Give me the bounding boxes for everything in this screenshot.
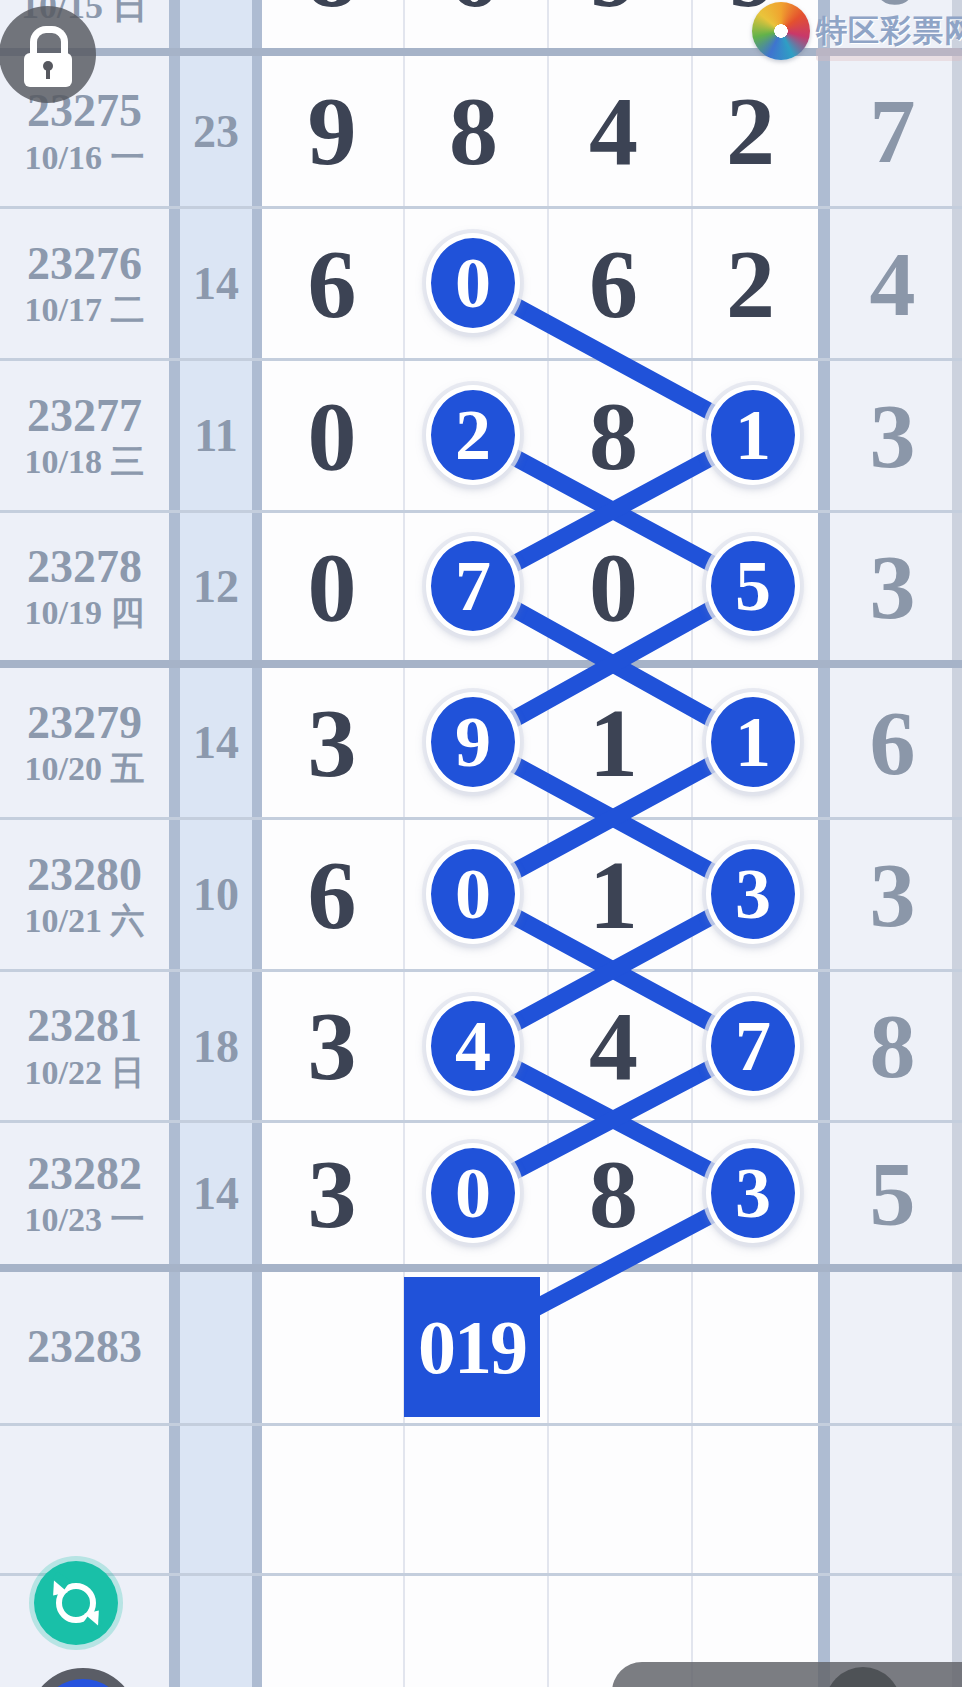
date-label: 10/22 日 bbox=[25, 1053, 145, 1092]
digit-cell-4: 2 bbox=[683, 56, 818, 206]
digit-cell-3: 8 bbox=[544, 1123, 683, 1264]
digit-cell-3: 1 bbox=[544, 820, 683, 969]
watermark-strip bbox=[816, 48, 962, 61]
sum-value: 14 bbox=[180, 668, 252, 817]
issue-number: 23280 bbox=[27, 849, 142, 902]
digit-cell-1: 9 bbox=[262, 56, 402, 206]
issue-number: 23277 bbox=[27, 390, 142, 443]
digit-cell-1: 3 bbox=[262, 1123, 402, 1264]
sum-value: 12 bbox=[180, 513, 252, 660]
tail-digit-cell: 7 bbox=[823, 56, 962, 206]
issue-cell: 23283 bbox=[0, 1272, 169, 1423]
issue-number: 23276 bbox=[27, 238, 142, 291]
prediction-value: 019 bbox=[418, 1304, 526, 1391]
date-label: 10/23 一 bbox=[25, 1200, 145, 1239]
highlight-circle: 0 bbox=[426, 844, 520, 944]
tail-digit-cell: 8 bbox=[823, 972, 962, 1120]
digit-cell-3: 4 bbox=[544, 56, 683, 206]
digit-cell-3: 4 bbox=[544, 972, 683, 1120]
brand-logo-text: 特区彩票网 bbox=[816, 10, 962, 52]
row-border bbox=[0, 1573, 962, 1576]
issue-cell: 23277 10/18 三 bbox=[0, 361, 169, 510]
issue-number: 23282 bbox=[27, 1148, 142, 1201]
issue-cell: 23279 10/20 五 bbox=[0, 668, 169, 817]
lottery-trend-chart-screen: 10/15 日 8 6 9 9 6 23275 10/16 一 23 9 8 4… bbox=[0, 0, 962, 1687]
chart-row-23275: 23275 10/16 一 23 9 8 4 2 7 bbox=[0, 56, 962, 206]
digit-cell-3: 8 bbox=[544, 361, 683, 510]
highlight-circle: 7 bbox=[426, 536, 520, 636]
digit-cell-3: 6 bbox=[544, 209, 683, 358]
sum-value: 14 bbox=[180, 209, 252, 358]
tail-digit-cell: 4 bbox=[823, 209, 962, 358]
highlight-circle: 1 bbox=[706, 385, 800, 485]
issue-number: 23278 bbox=[27, 541, 142, 594]
highlight-circle: 4 bbox=[426, 996, 520, 1096]
digit-cell-1: 3 bbox=[262, 972, 402, 1120]
issue-cell: 23276 10/17 二 bbox=[0, 209, 169, 358]
issue-cell: 23280 10/21 六 bbox=[0, 820, 169, 969]
digit-cell-2: 8 bbox=[403, 56, 544, 206]
highlight-circle: 3 bbox=[706, 844, 800, 944]
issue-cell: 23282 10/23 一 bbox=[0, 1123, 169, 1264]
cropped-digit: 9 bbox=[544, 0, 684, 22]
date-label: 10/16 一 bbox=[25, 138, 145, 177]
sum-value: 23 bbox=[180, 56, 252, 206]
date-label: 10/18 三 bbox=[25, 442, 145, 481]
digit-cell-1: 0 bbox=[262, 513, 402, 660]
tail-digit-cell: 5 bbox=[823, 1123, 962, 1264]
highlight-circle: 9 bbox=[426, 692, 520, 792]
tail-digit-cell: 3 bbox=[823, 820, 962, 969]
highlight-circle: 0 bbox=[426, 233, 520, 333]
tail-digit-cell: 3 bbox=[823, 361, 962, 510]
date-label: 10/20 五 bbox=[25, 749, 145, 788]
highlight-circle: 3 bbox=[706, 1143, 800, 1243]
digit-cell-1: 6 bbox=[262, 209, 402, 358]
refresh-button[interactable] bbox=[34, 1561, 118, 1645]
digit-cell-1: 0 bbox=[262, 361, 402, 510]
sum-value: 10 bbox=[180, 820, 252, 969]
digit-cell-4: 2 bbox=[683, 209, 818, 358]
brand-logo-icon bbox=[752, 2, 810, 60]
sum-value: 11 bbox=[180, 361, 252, 510]
issue-number: 23281 bbox=[27, 1000, 142, 1053]
date-label: 10/21 六 bbox=[25, 901, 145, 940]
bottom-toolbar-partial[interactable] bbox=[612, 1662, 962, 1687]
issue-cell: 23278 10/19 四 bbox=[0, 513, 169, 660]
highlight-circle: 2 bbox=[426, 385, 520, 485]
date-label: 10/17 二 bbox=[25, 290, 145, 329]
highlight-circle: 5 bbox=[706, 536, 800, 636]
lock-button[interactable] bbox=[0, 6, 96, 103]
digit-cell-1: 6 bbox=[262, 820, 402, 969]
tail-digit-cell: 3 bbox=[823, 513, 962, 660]
cropped-digit: 6 bbox=[403, 0, 543, 22]
cropped-digit: 8 bbox=[262, 0, 402, 22]
row-border bbox=[0, 1423, 962, 1426]
digit-cell-3: 1 bbox=[544, 668, 683, 817]
digit-cell-1: 3 bbox=[262, 668, 402, 817]
digit-cell-3: 0 bbox=[544, 513, 683, 660]
issue-number: 23279 bbox=[27, 697, 142, 750]
sum-value: 14 bbox=[180, 1123, 252, 1264]
row-border-thick bbox=[0, 1264, 962, 1272]
prediction-box: 019 bbox=[404, 1277, 540, 1417]
date-label: 10/19 四 bbox=[25, 593, 145, 632]
sum-value: 18 bbox=[180, 972, 252, 1120]
issue-number: 23283 bbox=[27, 1321, 142, 1374]
highlight-circle: 1 bbox=[706, 692, 800, 792]
highlight-circle: 7 bbox=[706, 996, 800, 1096]
highlight-circle: 0 bbox=[426, 1143, 520, 1243]
issue-cell: 23281 10/22 日 bbox=[0, 972, 169, 1120]
row-border-thick bbox=[0, 660, 962, 668]
tail-digit-cell: 6 bbox=[823, 668, 962, 817]
